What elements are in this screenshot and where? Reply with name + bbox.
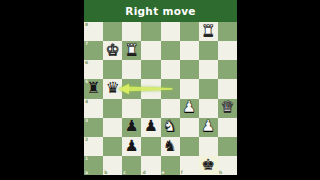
square-e1[interactable]: e bbox=[161, 156, 180, 175]
square-f1[interactable]: f bbox=[180, 156, 199, 175]
piece-white-knight[interactable]: ♞ bbox=[161, 118, 180, 137]
square-b8[interactable] bbox=[103, 22, 122, 41]
square-f8[interactable] bbox=[180, 22, 199, 41]
file-label: f bbox=[181, 170, 183, 175]
square-a3[interactable]: 3 bbox=[84, 118, 103, 137]
square-f5[interactable] bbox=[180, 79, 199, 98]
square-d2[interactable] bbox=[141, 137, 160, 156]
square-e6[interactable] bbox=[161, 60, 180, 79]
rank-label: 2 bbox=[85, 137, 88, 142]
square-e4[interactable] bbox=[161, 99, 180, 118]
right-black-bar bbox=[237, 0, 320, 180]
square-d1[interactable]: d bbox=[141, 156, 160, 175]
square-d8[interactable] bbox=[141, 22, 160, 41]
left-black-bar bbox=[0, 0, 84, 180]
square-g7[interactable] bbox=[199, 41, 218, 60]
rank-label: 4 bbox=[85, 99, 88, 104]
square-b4[interactable] bbox=[103, 99, 122, 118]
square-b6[interactable] bbox=[103, 60, 122, 79]
video-frame: Right move 8♜7♚♜65♜♛4♟♛3♟♟♞♟2♟♞1abcdefg♚… bbox=[0, 0, 320, 180]
piece-black-rook[interactable]: ♜ bbox=[84, 79, 103, 98]
puzzle-header: Right move bbox=[84, 0, 237, 22]
square-d6[interactable] bbox=[141, 60, 160, 79]
square-d4[interactable] bbox=[141, 99, 160, 118]
square-e5[interactable] bbox=[161, 79, 180, 98]
square-h7[interactable] bbox=[218, 41, 237, 60]
square-a1[interactable]: 1a bbox=[84, 156, 103, 175]
square-c1[interactable]: c bbox=[122, 156, 141, 175]
square-e7[interactable] bbox=[161, 41, 180, 60]
piece-white-queen[interactable]: ♛ bbox=[218, 99, 237, 118]
rank-label: 3 bbox=[85, 118, 88, 123]
square-b7[interactable]: ♚ bbox=[103, 41, 122, 60]
file-label: d bbox=[142, 170, 145, 175]
piece-black-knight[interactable]: ♞ bbox=[161, 137, 180, 156]
file-label: e bbox=[162, 170, 165, 175]
square-h8[interactable] bbox=[218, 22, 237, 41]
square-a5[interactable]: 5♜ bbox=[84, 79, 103, 98]
square-f3[interactable] bbox=[180, 118, 199, 137]
square-h1[interactable]: h bbox=[218, 156, 237, 175]
square-a4[interactable]: 4 bbox=[84, 99, 103, 118]
piece-white-rook[interactable]: ♜ bbox=[199, 22, 218, 41]
square-a6[interactable]: 6 bbox=[84, 60, 103, 79]
square-h6[interactable] bbox=[218, 60, 237, 79]
chess-board[interactable]: 8♜7♚♜65♜♛4♟♛3♟♟♞♟2♟♞1abcdefg♚h bbox=[84, 22, 237, 175]
piece-white-pawn[interactable]: ♟ bbox=[180, 99, 199, 118]
piece-black-king[interactable]: ♚ bbox=[199, 156, 218, 175]
square-c5[interactable] bbox=[122, 79, 141, 98]
rank-label: 7 bbox=[85, 41, 88, 46]
square-g5[interactable] bbox=[199, 79, 218, 98]
piece-white-king[interactable]: ♚ bbox=[103, 41, 122, 60]
square-g1[interactable]: g♚ bbox=[199, 156, 218, 175]
square-c3[interactable]: ♟ bbox=[122, 118, 141, 137]
square-h5[interactable] bbox=[218, 79, 237, 98]
piece-black-pawn[interactable]: ♟ bbox=[122, 118, 141, 137]
square-d3[interactable]: ♟ bbox=[141, 118, 160, 137]
square-e2[interactable]: ♞ bbox=[161, 137, 180, 156]
square-e3[interactable]: ♞ bbox=[161, 118, 180, 137]
square-g8[interactable]: ♜ bbox=[199, 22, 218, 41]
square-h2[interactable] bbox=[218, 137, 237, 156]
square-a8[interactable]: 8 bbox=[84, 22, 103, 41]
square-f6[interactable] bbox=[180, 60, 199, 79]
piece-black-queen[interactable]: ♛ bbox=[103, 79, 122, 98]
rank-label: 6 bbox=[85, 60, 88, 65]
square-c8[interactable] bbox=[122, 22, 141, 41]
square-c2[interactable]: ♟ bbox=[122, 137, 141, 156]
square-f4[interactable]: ♟ bbox=[180, 99, 199, 118]
square-e8[interactable] bbox=[161, 22, 180, 41]
square-g6[interactable] bbox=[199, 60, 218, 79]
square-b3[interactable] bbox=[103, 118, 122, 137]
piece-black-pawn[interactable]: ♟ bbox=[122, 137, 141, 156]
puzzle-title: Right move bbox=[125, 5, 195, 17]
square-g3[interactable]: ♟ bbox=[199, 118, 218, 137]
rank-label: 1 bbox=[85, 156, 88, 161]
piece-black-pawn[interactable]: ♟ bbox=[141, 118, 160, 137]
square-h3[interactable] bbox=[218, 118, 237, 137]
square-a7[interactable]: 7 bbox=[84, 41, 103, 60]
square-h4[interactable]: ♛ bbox=[218, 99, 237, 118]
square-b2[interactable] bbox=[103, 137, 122, 156]
piece-white-pawn[interactable]: ♟ bbox=[199, 118, 218, 137]
file-label: h bbox=[219, 170, 222, 175]
file-label: c bbox=[123, 170, 126, 175]
square-b5[interactable]: ♛ bbox=[103, 79, 122, 98]
piece-white-rook[interactable]: ♜ bbox=[122, 41, 141, 60]
file-label: a bbox=[85, 170, 88, 175]
square-g4[interactable] bbox=[199, 99, 218, 118]
square-g2[interactable] bbox=[199, 137, 218, 156]
square-c7[interactable]: ♜ bbox=[122, 41, 141, 60]
square-a2[interactable]: 2 bbox=[84, 137, 103, 156]
square-f2[interactable] bbox=[180, 137, 199, 156]
square-c6[interactable] bbox=[122, 60, 141, 79]
square-b1[interactable]: b bbox=[103, 156, 122, 175]
square-f7[interactable] bbox=[180, 41, 199, 60]
rank-label: 8 bbox=[85, 22, 88, 27]
square-c4[interactable] bbox=[122, 99, 141, 118]
file-label: b bbox=[104, 170, 107, 175]
square-d7[interactable] bbox=[141, 41, 160, 60]
square-d5[interactable] bbox=[141, 79, 160, 98]
